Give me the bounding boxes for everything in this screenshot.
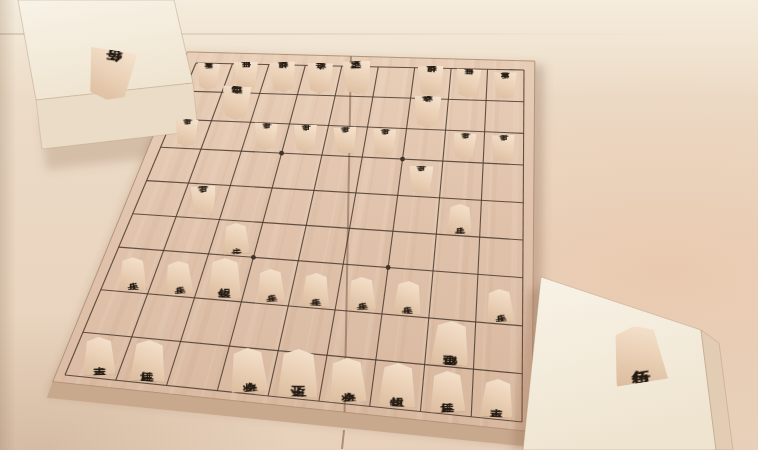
piece-kanji: 銀将 xyxy=(278,76,288,77)
piece-2i-sente-knight[interactable]: 桂馬 xyxy=(429,370,465,412)
piece-kanji: 歩兵 xyxy=(402,297,413,298)
piece-kanji: 歩兵 xyxy=(261,136,270,137)
piece-kanji: 歩兵 xyxy=(494,305,505,306)
piece-kanji: 角行 xyxy=(629,353,648,356)
piece-6g-sente-pawn[interactable]: 歩兵 xyxy=(256,269,285,303)
piece-9i-sente-lance[interactable]: 香車 xyxy=(82,337,115,376)
piece-kanji: 歩兵 xyxy=(340,140,349,141)
piece-kanji: 金将 xyxy=(340,380,355,381)
piece-6c-gote-pawn[interactable]: 歩兵 xyxy=(294,125,317,152)
piece-kanji: 歩兵 xyxy=(173,277,184,278)
piece-1c-gote-pawn[interactable]: 歩兵 xyxy=(492,134,516,162)
piece-6a-gote-gold[interactable]: 金将 xyxy=(307,63,333,94)
piece-4c-gote-pawn[interactable]: 歩兵 xyxy=(373,129,397,157)
piece-kanji: 飛車 xyxy=(230,102,241,103)
piece-kanji: 香車 xyxy=(204,76,213,77)
piece-kanji: 桂馬 xyxy=(463,83,473,84)
piece-2c-gote-pawn[interactable]: 歩兵 xyxy=(452,132,476,160)
piece-1a-gote-lance[interactable]: 香車 xyxy=(494,72,517,99)
piece-kanji: 銀将 xyxy=(390,385,405,386)
shogi-scene: 角行 角行 香車桂馬銀将金将王将銀将桂馬香車飛車金将歩兵歩兵歩兵歩兵歩兵歩兵歩兵… xyxy=(0,0,758,450)
piece-3d-gote-pawn[interactable]: 歩兵 xyxy=(408,166,433,195)
piece-5g-sente-pawn[interactable]: 歩兵 xyxy=(302,273,331,307)
piece-3a-gote-silver[interactable]: 銀将 xyxy=(418,66,444,97)
piece-kanji: 角行 xyxy=(103,74,119,77)
piece-kanji: 桂馬 xyxy=(142,360,156,361)
piece-kanji: 金将 xyxy=(241,369,256,370)
piece-7g-sente-silver[interactable]: 銀将 xyxy=(207,258,241,298)
piece-kanji: 香車 xyxy=(491,398,504,399)
piece-5i-sente-king[interactable]: 玉将 xyxy=(277,348,318,397)
piece-kanji: 飛車 xyxy=(443,342,458,343)
piece-9g-sente-pawn[interactable]: 歩兵 xyxy=(119,257,147,290)
piece-9c-gote-pawn[interactable]: 歩兵 xyxy=(174,118,198,146)
